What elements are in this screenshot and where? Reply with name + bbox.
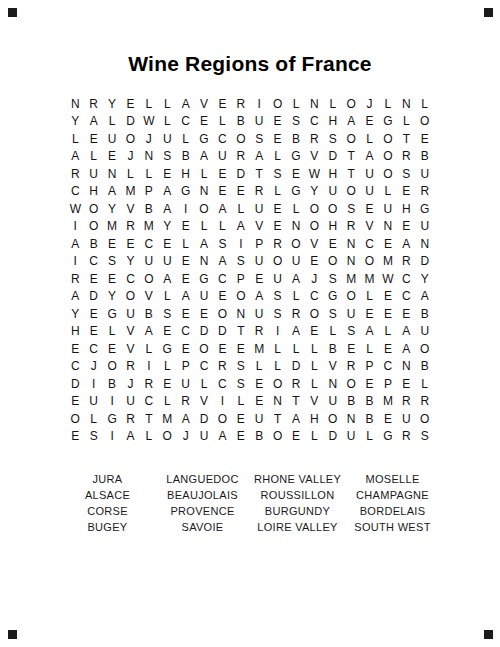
grid-cell-r17c13: R [287, 375, 305, 393]
grid-cell-r13c4: U [121, 305, 139, 323]
grid-cell-r16c4: R [121, 358, 139, 376]
grid-cell-r17c10: S [232, 375, 250, 393]
grid-cell-r16c19: N [397, 358, 415, 376]
grid-cell-r10c16: N [342, 253, 360, 271]
grid-cell-r12c4: O [121, 288, 139, 306]
grid-cell-r19c7: A [176, 410, 194, 428]
grid-cell-r4c3: E [103, 148, 121, 166]
grid-cell-r9c1: A [66, 235, 84, 253]
grid-cell-r12c20: A [416, 288, 434, 306]
grid-cell-r2c18: G [379, 113, 397, 131]
grid-cell-r5c13: E [287, 165, 305, 183]
grid-cell-r19c4: R [121, 410, 139, 428]
grid-cell-r7c14: O [305, 200, 323, 218]
grid-cell-r8c19: E [397, 218, 415, 236]
grid-cell-r18c8: V [195, 393, 213, 411]
grid-cell-r10c1: I [66, 253, 84, 271]
grid-cell-r16c6: L [158, 358, 176, 376]
grid-cell-r10c18: M [379, 253, 397, 271]
grid-cell-r9c11: P [250, 235, 268, 253]
word-list-item: LANGUEDOC [155, 471, 250, 487]
grid-cell-r15c13: L [287, 340, 305, 358]
grid-cell-r3c2: E [84, 130, 102, 148]
grid-cell-r5c5: L [140, 165, 158, 183]
grid-cell-r15c2: C [84, 340, 102, 358]
grid-cell-r8c12: E [268, 218, 286, 236]
grid-cell-r20c9: A [213, 428, 231, 446]
grid-cell-r10c6: U [158, 253, 176, 271]
grid-cell-r1c8: V [195, 95, 213, 113]
corner-mark-bottom-right [484, 630, 493, 639]
word-list-item: SAVOIE [155, 519, 250, 535]
grid-cell-r3c6: U [158, 130, 176, 148]
grid-cell-r4c8: A [195, 148, 213, 166]
grid-cell-r9c7: L [176, 235, 194, 253]
grid-cell-r4c5: N [140, 148, 158, 166]
grid-cell-r20c3: I [103, 428, 121, 446]
grid-cell-r11c14: J [305, 270, 323, 288]
grid-cell-r11c16: M [342, 270, 360, 288]
grid-cell-r7c16: S [342, 200, 360, 218]
grid-cell-r9c3: E [103, 235, 121, 253]
grid-cell-r4c14: V [305, 148, 323, 166]
grid-cell-r14c1: H [66, 323, 84, 341]
grid-cell-r17c12: O [268, 375, 286, 393]
grid-cell-r4c12: L [268, 148, 286, 166]
grid-cell-r6c7: G [176, 183, 194, 201]
grid-cell-r4c17: A [360, 148, 378, 166]
grid-cell-r20c12: O [268, 428, 286, 446]
grid-cell-r17c2: I [84, 375, 102, 393]
grid-cell-r10c9: A [213, 253, 231, 271]
grid-cell-r18c13: T [287, 393, 305, 411]
puzzle-page: Wine Regions of France NRYELLAVERIOLNLOJ… [0, 0, 500, 647]
grid-cell-r15c9: E [213, 340, 231, 358]
grid-cell-r9c20: N [416, 235, 434, 253]
grid-cell-r12c14: C [305, 288, 323, 306]
grid-cell-r2c16: A [342, 113, 360, 131]
word-list-item: ROUSSILLON [250, 487, 345, 503]
grid-cell-r14c5: A [140, 323, 158, 341]
grid-cell-r18c20: R [416, 393, 434, 411]
grid-cell-r14c19: A [397, 323, 415, 341]
word-list-item: PROVENCE [155, 503, 250, 519]
grid-cell-r19c15: O [324, 410, 342, 428]
grid-cell-r15c5: L [140, 340, 158, 358]
corner-mark-bottom-left [8, 630, 17, 639]
grid-cell-r19c16: N [342, 410, 360, 428]
grid-cell-r8c11: V [250, 218, 268, 236]
grid-cell-r17c14: L [305, 375, 323, 393]
grid-cell-r9c6: E [158, 235, 176, 253]
grid-cell-r2c17: E [360, 113, 378, 131]
grid-cell-r18c9: I [213, 393, 231, 411]
grid-cell-r20c6: O [158, 428, 176, 446]
grid-cell-r13c11: U [250, 305, 268, 323]
grid-cell-r2c20: O [416, 113, 434, 131]
grid-cell-r19c10: E [232, 410, 250, 428]
grid-cell-r2c11: U [250, 113, 268, 131]
grid-cell-r18c17: B [360, 393, 378, 411]
grid-cell-r15c8: O [195, 340, 213, 358]
grid-cell-r20c8: U [195, 428, 213, 446]
grid-cell-r1c20: L [416, 95, 434, 113]
grid-cell-r17c3: B [103, 375, 121, 393]
grid-cell-r3c5: J [140, 130, 158, 148]
grid-cell-r19c13: A [287, 410, 305, 428]
grid-cell-r13c19: E [397, 305, 415, 323]
grid-cell-r6c3: A [103, 183, 121, 201]
grid-cell-r2c5: W [140, 113, 158, 131]
grid-cell-r13c1: Y [66, 305, 84, 323]
grid-cell-r13c14: O [305, 305, 323, 323]
grid-cell-r19c14: H [305, 410, 323, 428]
grid-cell-r5c6: E [158, 165, 176, 183]
grid-cell-r5c14: W [305, 165, 323, 183]
grid-cell-r7c17: E [360, 200, 378, 218]
grid-cell-r19c12: T [268, 410, 286, 428]
corner-mark-top-right [484, 8, 493, 17]
grid-cell-r4c15: D [324, 148, 342, 166]
grid-cell-r11c2: E [84, 270, 102, 288]
grid-cell-r17c9: C [213, 375, 231, 393]
grid-cell-r8c13: N [287, 218, 305, 236]
grid-cell-r6c12: L [268, 183, 286, 201]
grid-cell-r17c7: U [176, 375, 194, 393]
word-search-letter-grid: NRYELLAVERIOLNLOJLNLYALDWLCELBUESCHAEGLO… [0, 95, 500, 445]
word-list-item: SOUTH WEST [345, 519, 440, 535]
grid-cell-r15c15: B [324, 340, 342, 358]
grid-cell-r4c20: B [416, 148, 434, 166]
grid-cell-r18c4: U [121, 393, 139, 411]
grid-cell-r5c11: T [250, 165, 268, 183]
grid-cell-r17c15: N [324, 375, 342, 393]
word-list-item: BURGUNDY [250, 503, 345, 519]
grid-cell-r4c16: T [342, 148, 360, 166]
grid-cell-r7c3: Y [103, 200, 121, 218]
grid-cell-r1c15: L [324, 95, 342, 113]
grid-cell-r13c10: N [232, 305, 250, 323]
grid-cell-r9c14: V [305, 235, 323, 253]
grid-cell-r4c11: A [250, 148, 268, 166]
grid-cell-r12c6: L [158, 288, 176, 306]
grid-cell-r8c9: L [213, 218, 231, 236]
grid-cell-r2c12: E [268, 113, 286, 131]
grid-cell-r1c5: L [140, 95, 158, 113]
grid-cell-r18c16: B [342, 393, 360, 411]
grid-cell-r5c9: E [213, 165, 231, 183]
grid-cell-r8c15: H [324, 218, 342, 236]
grid-cell-r5c7: H [176, 165, 194, 183]
grid-cell-r20c14: L [305, 428, 323, 446]
grid-cell-r20c20: S [416, 428, 434, 446]
grid-cell-r5c17: U [360, 165, 378, 183]
grid-cell-r8c1: I [66, 218, 84, 236]
grid-cell-r19c9: O [213, 410, 231, 428]
grid-cell-r13c7: E [176, 305, 194, 323]
grid-cell-r1c17: J [360, 95, 378, 113]
grid-cell-r19c19: U [397, 410, 415, 428]
grid-cell-r13c17: E [360, 305, 378, 323]
grid-cell-r17c17: E [360, 375, 378, 393]
word-list-item: ALSACE [60, 487, 155, 503]
puzzle-title: Wine Regions of France [0, 0, 500, 76]
grid-cell-r19c5: T [140, 410, 158, 428]
grid-cell-r15c12: L [268, 340, 286, 358]
grid-cell-r4c13: G [287, 148, 305, 166]
grid-cell-r16c13: D [287, 358, 305, 376]
grid-cell-r11c3: E [103, 270, 121, 288]
grid-cell-r14c10: T [232, 323, 250, 341]
grid-cell-r7c15: O [324, 200, 342, 218]
grid-cell-r2c7: C [176, 113, 194, 131]
grid-cell-r17c5: R [140, 375, 158, 393]
grid-cell-r14c16: S [342, 323, 360, 341]
grid-cell-r13c12: S [268, 305, 286, 323]
grid-cell-r6c18: L [379, 183, 397, 201]
grid-cell-r6c17: U [360, 183, 378, 201]
grid-cell-r10c19: R [397, 253, 415, 271]
grid-cell-r19c6: M [158, 410, 176, 428]
grid-cell-r1c7: A [176, 95, 194, 113]
grid-cell-r8c16: R [342, 218, 360, 236]
word-list-item: BEAUJOLAIS [155, 487, 250, 503]
grid-cell-r6c8: N [195, 183, 213, 201]
grid-cell-r10c17: O [360, 253, 378, 271]
grid-cell-r5c12: S [268, 165, 286, 183]
grid-cell-r10c11: U [250, 253, 268, 271]
word-list-item: RHONE VALLEY [250, 471, 345, 487]
grid-cell-r6c1: C [66, 183, 84, 201]
grid-cell-r12c17: L [360, 288, 378, 306]
grid-cell-r20c11: B [250, 428, 268, 446]
grid-cell-r14c14: E [305, 323, 323, 341]
grid-cell-r17c19: E [397, 375, 415, 393]
grid-cell-r9c15: E [324, 235, 342, 253]
grid-cell-r3c11: S [250, 130, 268, 148]
grid-cell-r13c6: S [158, 305, 176, 323]
grid-cell-r16c3: O [103, 358, 121, 376]
grid-cell-r11c1: R [66, 270, 84, 288]
grid-cell-r15c11: M [250, 340, 268, 358]
grid-cell-r12c10: O [232, 288, 250, 306]
grid-cell-r5c20: U [416, 165, 434, 183]
grid-cell-r12c9: E [213, 288, 231, 306]
grid-cell-r9c8: A [195, 235, 213, 253]
grid-cell-r8c18: N [379, 218, 397, 236]
grid-cell-r7c11: U [250, 200, 268, 218]
grid-cell-r1c2: R [84, 95, 102, 113]
grid-cell-r4c4: J [121, 148, 139, 166]
grid-cell-r1c19: N [397, 95, 415, 113]
grid-cell-r19c3: G [103, 410, 121, 428]
grid-cell-r12c18: E [379, 288, 397, 306]
grid-cell-r3c9: C [213, 130, 231, 148]
grid-cell-r13c18: E [379, 305, 397, 323]
grid-cell-r11c11: E [250, 270, 268, 288]
grid-cell-r15c10: E [232, 340, 250, 358]
grid-cell-r9c9: S [213, 235, 231, 253]
grid-cell-r2c8: E [195, 113, 213, 131]
grid-cell-r15c19: A [397, 340, 415, 358]
grid-cell-r14c7: C [176, 323, 194, 341]
word-list-item: CORSE [60, 503, 155, 519]
grid-cell-r19c20: O [416, 410, 434, 428]
grid-cell-r4c19: R [397, 148, 415, 166]
grid-cell-r11c18: W [379, 270, 397, 288]
grid-cell-r2c2: A [84, 113, 102, 131]
grid-cell-r14c12: I [268, 323, 286, 341]
word-list-item: MOSELLE [345, 471, 440, 487]
grid-cell-r18c18: M [379, 393, 397, 411]
grid-cell-r10c20: D [416, 253, 434, 271]
grid-cell-r10c13: U [287, 253, 305, 271]
grid-cell-r8c14: O [305, 218, 323, 236]
word-list-item: CHAMPAGNE [345, 487, 440, 503]
grid-cell-r10c15: O [324, 253, 342, 271]
grid-cell-r15c1: E [66, 340, 84, 358]
grid-cell-r18c1: E [66, 393, 84, 411]
grid-cell-r18c11: E [250, 393, 268, 411]
grid-cell-r6c15: U [324, 183, 342, 201]
grid-cell-r16c12: L [268, 358, 286, 376]
grid-cell-r20c5: L [140, 428, 158, 446]
grid-cell-r1c9: E [213, 95, 231, 113]
grid-cell-r7c12: E [268, 200, 286, 218]
grid-cell-r15c6: G [158, 340, 176, 358]
grid-cell-r3c20: E [416, 130, 434, 148]
grid-cell-r12c12: S [268, 288, 286, 306]
grid-cell-r12c8: U [195, 288, 213, 306]
grid-cell-r8c20: U [416, 218, 434, 236]
grid-cell-r3c19: T [397, 130, 415, 148]
grid-cell-r17c20: L [416, 375, 434, 393]
grid-cell-r3c1: L [66, 130, 84, 148]
grid-cell-r1c10: R [232, 95, 250, 113]
grid-cell-r7c20: G [416, 200, 434, 218]
grid-cell-r12c19: C [397, 288, 415, 306]
grid-cell-r16c20: B [416, 358, 434, 376]
grid-cell-r4c18: O [379, 148, 397, 166]
grid-cell-r18c3: I [103, 393, 121, 411]
grid-cell-r14c13: A [287, 323, 305, 341]
grid-cell-r18c5: C [140, 393, 158, 411]
grid-cell-r11c17: M [360, 270, 378, 288]
grid-cell-r14c11: R [250, 323, 268, 341]
grid-cell-r16c8: C [195, 358, 213, 376]
grid-cell-r3c7: L [176, 130, 194, 148]
grid-cell-r4c6: S [158, 148, 176, 166]
grid-cell-r11c4: C [121, 270, 139, 288]
grid-cell-r11c7: E [176, 270, 194, 288]
grid-cell-r1c3: Y [103, 95, 121, 113]
grid-cell-r2c9: L [213, 113, 231, 131]
grid-cell-r17c8: L [195, 375, 213, 393]
grid-cell-r12c5: V [140, 288, 158, 306]
grid-cell-r5c8: L [195, 165, 213, 183]
grid-cell-r17c4: J [121, 375, 139, 393]
grid-cell-r4c9: U [213, 148, 231, 166]
word-list-item: LOIRE VALLEY [250, 519, 345, 535]
grid-cell-r13c20: B [416, 305, 434, 323]
grid-cell-r14c2: E [84, 323, 102, 341]
grid-cell-r2c13: S [287, 113, 305, 131]
grid-cell-r9c2: B [84, 235, 102, 253]
grid-cell-r18c19: R [397, 393, 415, 411]
grid-cell-r19c11: U [250, 410, 268, 428]
grid-cell-r11c9: C [213, 270, 231, 288]
grid-cell-r7c2: O [84, 200, 102, 218]
grid-cell-r2c15: H [324, 113, 342, 131]
grid-cell-r7c18: U [379, 200, 397, 218]
grid-cell-r13c16: U [342, 305, 360, 323]
grid-cell-r13c5: B [140, 305, 158, 323]
grid-cell-r3c16: O [342, 130, 360, 148]
grid-cell-r6c6: A [158, 183, 176, 201]
grid-cell-r15c7: E [176, 340, 194, 358]
grid-cell-r1c13: L [287, 95, 305, 113]
grid-cell-r16c11: L [250, 358, 268, 376]
grid-cell-r2c14: C [305, 113, 323, 131]
grid-cell-r8c6: Y [158, 218, 176, 236]
grid-cell-r16c15: V [324, 358, 342, 376]
grid-cell-r7c6: A [158, 200, 176, 218]
grid-cell-r16c7: P [176, 358, 194, 376]
grid-cell-r19c2: L [84, 410, 102, 428]
grid-cell-r11c6: A [158, 270, 176, 288]
grid-cell-r2c10: B [232, 113, 250, 131]
grid-cell-r8c3: M [103, 218, 121, 236]
grid-cell-r5c15: H [324, 165, 342, 183]
grid-cell-r10c2: C [84, 253, 102, 271]
grid-cell-r9c10: I [232, 235, 250, 253]
grid-cell-r3c10: O [232, 130, 250, 148]
grid-cell-r20c4: A [121, 428, 139, 446]
grid-cell-r6c16: O [342, 183, 360, 201]
grid-cell-r2c19: L [397, 113, 415, 131]
grid-cell-r15c14: L [305, 340, 323, 358]
grid-cell-r3c18: O [379, 130, 397, 148]
grid-cell-r9c16: N [342, 235, 360, 253]
grid-cell-r6c9: E [213, 183, 231, 201]
grid-cell-r10c14: E [305, 253, 323, 271]
grid-cell-r11c8: G [195, 270, 213, 288]
grid-cell-r16c9: R [213, 358, 231, 376]
grid-cell-r7c10: L [232, 200, 250, 218]
grid-cell-r18c14: V [305, 393, 323, 411]
grid-cell-r1c4: E [121, 95, 139, 113]
grid-cell-r5c2: U [84, 165, 102, 183]
grid-cell-r6c19: E [397, 183, 415, 201]
grid-cell-r6c10: E [232, 183, 250, 201]
grid-cell-r20c10: E [232, 428, 250, 446]
grid-cell-r3c15: S [324, 130, 342, 148]
grid-cell-r18c15: U [324, 393, 342, 411]
grid-cell-r18c6: L [158, 393, 176, 411]
grid-cell-r10c8: N [195, 253, 213, 271]
grid-cell-r5c3: N [103, 165, 121, 183]
grid-cell-r8c17: V [360, 218, 378, 236]
grid-cell-r13c15: S [324, 305, 342, 323]
grid-cell-r17c6: E [158, 375, 176, 393]
grid-cell-r18c2: U [84, 393, 102, 411]
grid-cell-r14c20: U [416, 323, 434, 341]
grid-cell-r18c12: N [268, 393, 286, 411]
grid-cell-r12c1: A [66, 288, 84, 306]
grid-cell-r13c8: E [195, 305, 213, 323]
grid-cell-r7c8: O [195, 200, 213, 218]
grid-cell-r16c18: C [379, 358, 397, 376]
